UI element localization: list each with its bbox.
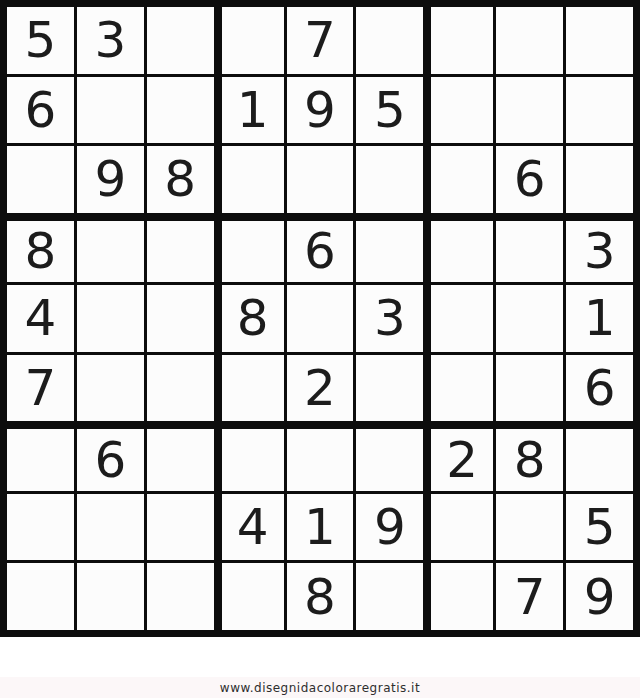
cell-r2c7[interactable]: [426, 77, 493, 144]
watermark-bar: www.disegnidacoloraregratis.it: [0, 677, 640, 698]
cell-r2c9[interactable]: [566, 77, 633, 144]
cell-r9c2[interactable]: [77, 563, 144, 630]
cell-r7c6[interactable]: [356, 424, 423, 491]
cell-r7c8[interactable]: 8: [496, 424, 563, 491]
cell-r2c3[interactable]: [147, 77, 214, 144]
cell-r7c3[interactable]: [147, 424, 214, 491]
cell-r4c1[interactable]: 8: [7, 216, 74, 283]
footer-gap: [0, 637, 640, 677]
cell-r8c8[interactable]: [496, 494, 563, 561]
cell-r3c8[interactable]: 6: [496, 146, 563, 213]
cell-r4c3[interactable]: [147, 216, 214, 283]
cell-r7c2[interactable]: 6: [77, 424, 144, 491]
cell-r6c6[interactable]: [356, 355, 423, 422]
cell-r8c9[interactable]: 5: [566, 494, 633, 561]
cell-r9c7[interactable]: [426, 563, 493, 630]
cell-r3c6[interactable]: [356, 146, 423, 213]
cell-r4c9[interactable]: 3: [566, 216, 633, 283]
cell-r7c1[interactable]: [7, 424, 74, 491]
cell-r9c8[interactable]: 7: [496, 563, 563, 630]
cell-r4c5[interactable]: 6: [287, 216, 354, 283]
cell-r4c7[interactable]: [426, 216, 493, 283]
cell-r8c4[interactable]: 4: [217, 494, 284, 561]
cell-r5c6[interactable]: 3: [356, 285, 423, 352]
cell-r3c1[interactable]: [7, 146, 74, 213]
cell-r3c5[interactable]: [287, 146, 354, 213]
cell-r7c9[interactable]: [566, 424, 633, 491]
cell-r5c1[interactable]: 4: [7, 285, 74, 352]
cell-r1c7[interactable]: [426, 7, 493, 74]
cell-r3c4[interactable]: [217, 146, 284, 213]
cell-r3c2[interactable]: 9: [77, 146, 144, 213]
cell-r6c8[interactable]: [496, 355, 563, 422]
cell-r6c4[interactable]: [217, 355, 284, 422]
cell-r9c9[interactable]: 9: [566, 563, 633, 630]
cell-r6c9[interactable]: 6: [566, 355, 633, 422]
cell-r9c1[interactable]: [7, 563, 74, 630]
cell-r1c3[interactable]: [147, 7, 214, 74]
cell-r8c7[interactable]: [426, 494, 493, 561]
cell-r6c2[interactable]: [77, 355, 144, 422]
cell-r8c6[interactable]: 9: [356, 494, 423, 561]
cell-r8c2[interactable]: [77, 494, 144, 561]
cell-r5c2[interactable]: [77, 285, 144, 352]
cell-r6c3[interactable]: [147, 355, 214, 422]
cell-r5c7[interactable]: [426, 285, 493, 352]
sudoku-board: 537619598686348317266284195879: [0, 0, 640, 637]
cell-r7c5[interactable]: [287, 424, 354, 491]
cell-r4c2[interactable]: [77, 216, 144, 283]
cell-r1c9[interactable]: [566, 7, 633, 74]
cell-r1c4[interactable]: [217, 7, 284, 74]
cell-r7c4[interactable]: [217, 424, 284, 491]
cell-r8c1[interactable]: [7, 494, 74, 561]
cell-r3c3[interactable]: 8: [147, 146, 214, 213]
cell-r3c9[interactable]: [566, 146, 633, 213]
cell-r4c6[interactable]: [356, 216, 423, 283]
watermark-text: www.disegnidacoloraregratis.it: [220, 681, 420, 695]
cell-r9c5[interactable]: 8: [287, 563, 354, 630]
cell-r2c8[interactable]: [496, 77, 563, 144]
cell-r2c1[interactable]: 6: [7, 77, 74, 144]
cell-r5c5[interactable]: [287, 285, 354, 352]
cell-r4c8[interactable]: [496, 216, 563, 283]
cell-r1c6[interactable]: [356, 7, 423, 74]
cell-r6c7[interactable]: [426, 355, 493, 422]
cell-r8c5[interactable]: 1: [287, 494, 354, 561]
cell-r9c6[interactable]: [356, 563, 423, 630]
cell-r1c2[interactable]: 3: [77, 7, 144, 74]
cell-r1c5[interactable]: 7: [287, 7, 354, 74]
cell-r2c6[interactable]: 5: [356, 77, 423, 144]
cell-r5c8[interactable]: [496, 285, 563, 352]
cell-r6c1[interactable]: 7: [7, 355, 74, 422]
cell-r2c4[interactable]: 1: [217, 77, 284, 144]
cell-r2c5[interactable]: 9: [287, 77, 354, 144]
cell-r3c7[interactable]: [426, 146, 493, 213]
cell-r9c4[interactable]: [217, 563, 284, 630]
cell-r5c3[interactable]: [147, 285, 214, 352]
cell-r4c4[interactable]: [217, 216, 284, 283]
cell-r5c4[interactable]: 8: [217, 285, 284, 352]
cell-r1c8[interactable]: [496, 7, 563, 74]
cell-r6c5[interactable]: 2: [287, 355, 354, 422]
cell-r2c2[interactable]: [77, 77, 144, 144]
cell-r8c3[interactable]: [147, 494, 214, 561]
cell-r9c3[interactable]: [147, 563, 214, 630]
cell-r7c7[interactable]: 2: [426, 424, 493, 491]
cell-r1c1[interactable]: 5: [7, 7, 74, 74]
cell-r5c9[interactable]: 1: [566, 285, 633, 352]
